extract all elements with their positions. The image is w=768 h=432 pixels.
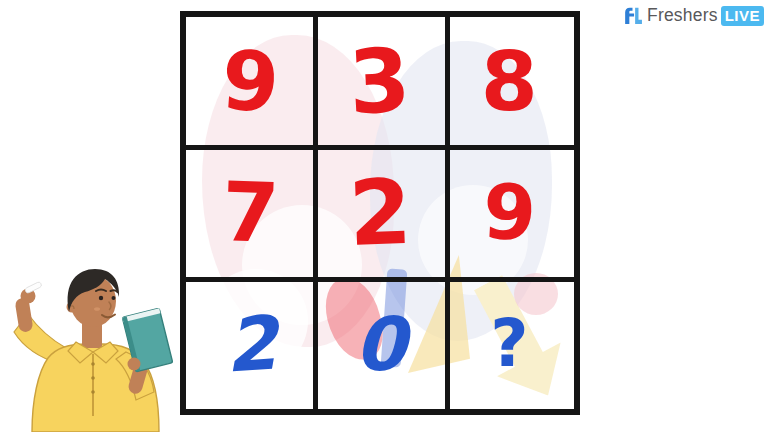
digit-r1c2: 3 (347, 37, 413, 128)
brand-name: Freshers (647, 5, 718, 26)
freshers-logo-icon (622, 5, 643, 26)
digit-r3c2: 0 (354, 307, 406, 381)
digit-r2c2: 2 (347, 167, 413, 259)
digit-r3c3-question-mark: ? (490, 311, 528, 377)
cell-r3c2: 0 (315, 278, 444, 409)
digit-r2c3: 9 (481, 174, 538, 253)
cell-r1c2: 3 (315, 17, 444, 148)
page: 9 3 8 7 2 9 2 0 ? Freshers LIVE (0, 0, 768, 432)
person-illustration (0, 260, 176, 432)
cell-r3c1: 2 (186, 278, 315, 409)
cells: 9 3 8 7 2 9 2 0 ? (186, 17, 574, 409)
cell-r3c3: ? (445, 278, 574, 409)
digit-r1c1: 9 (219, 39, 282, 125)
digit-r1c3: 8 (481, 41, 538, 123)
live-badge: LIVE (721, 6, 764, 26)
freshers-live-logo[interactable]: Freshers LIVE (622, 5, 764, 26)
digit-r3c1: 2 (222, 305, 279, 382)
cell-r1c3: 8 (445, 17, 574, 148)
cell-r1c1: 9 (186, 17, 315, 148)
puzzle-grid: 9 3 8 7 2 9 2 0 ? (180, 11, 580, 415)
cell-r2c2: 2 (315, 148, 444, 279)
cell-r2c1: 7 (186, 148, 315, 279)
hand (128, 358, 141, 371)
head (67, 269, 120, 327)
cell-r2c3: 9 (445, 148, 574, 279)
digit-r2c1: 7 (221, 171, 281, 255)
